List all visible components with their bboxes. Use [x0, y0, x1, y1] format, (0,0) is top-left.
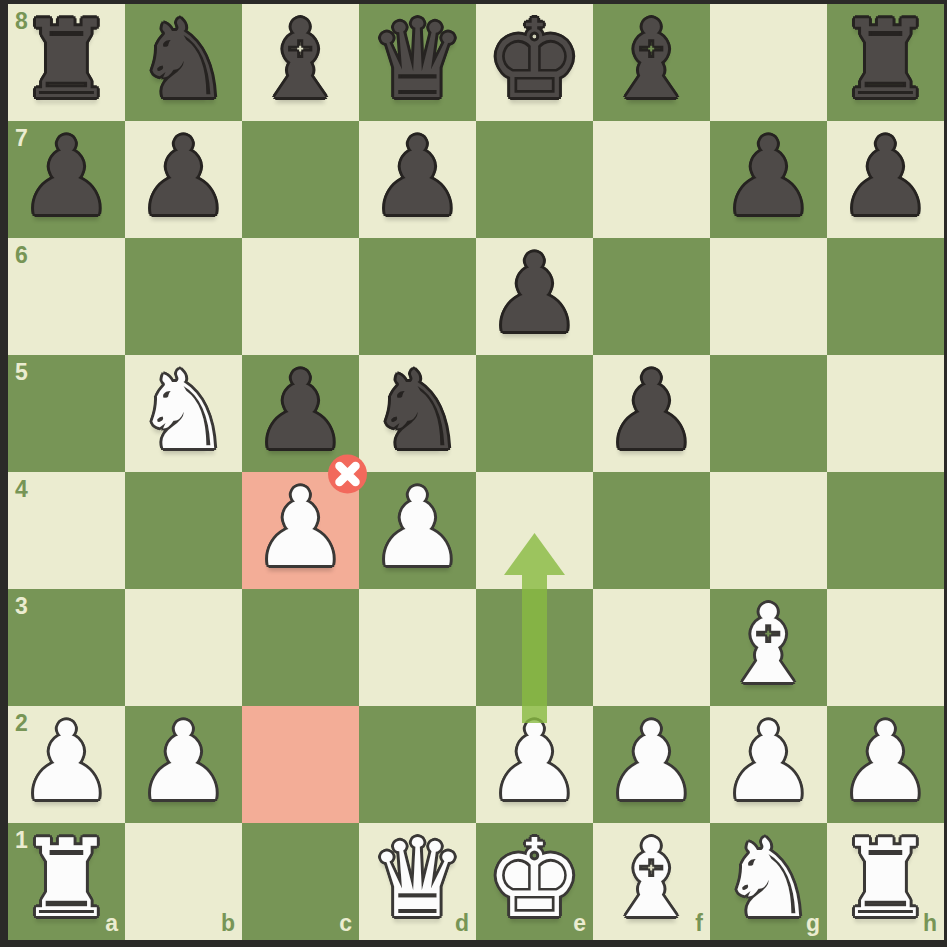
square-g2[interactable]: ♟	[710, 706, 827, 823]
black-bishop-c8[interactable]: ♝	[242, 4, 359, 121]
board-frame: 8♜♞♝♛♚♝♜7♟♟♟♟♟6♟5♞♟♞♟4♟♟3♝2♟♟♟♟♟♟1a♜bcd♛…	[0, 0, 947, 947]
square-a1[interactable]: 1a♜	[8, 823, 125, 940]
square-h1[interactable]: h♜	[827, 823, 944, 940]
file-label-f: f	[695, 910, 703, 937]
square-c2[interactable]	[242, 706, 359, 823]
square-c7[interactable]	[242, 121, 359, 238]
file-label-a: a	[105, 910, 118, 937]
square-g6[interactable]	[710, 238, 827, 355]
white-pawn-c4[interactable]: ♟	[242, 472, 359, 589]
file-label-c: c	[339, 910, 352, 937]
square-f4[interactable]	[593, 472, 710, 589]
square-b1[interactable]: b	[125, 823, 242, 940]
square-a2[interactable]: 2♟	[8, 706, 125, 823]
black-knight-b8[interactable]: ♞	[125, 4, 242, 121]
file-label-d: d	[455, 910, 469, 937]
square-a7[interactable]: 7♟	[8, 121, 125, 238]
square-b2[interactable]: ♟	[125, 706, 242, 823]
square-d5[interactable]: ♞	[359, 355, 476, 472]
black-pawn-d7[interactable]: ♟	[359, 121, 476, 238]
file-label-g: g	[806, 910, 820, 937]
file-label-h: h	[923, 910, 937, 937]
white-pawn-d4[interactable]: ♟	[359, 472, 476, 589]
square-f5[interactable]: ♟	[593, 355, 710, 472]
square-f7[interactable]	[593, 121, 710, 238]
square-h8[interactable]: ♜	[827, 4, 944, 121]
white-pawn-e2[interactable]: ♟	[476, 706, 593, 823]
white-bishop-f1[interactable]: ♝	[593, 823, 710, 940]
chess-board: 8♜♞♝♛♚♝♜7♟♟♟♟♟6♟5♞♟♞♟4♟♟3♝2♟♟♟♟♟♟1a♜bcd♛…	[8, 4, 944, 940]
square-f1[interactable]: f♝	[593, 823, 710, 940]
white-bishop-g3[interactable]: ♝	[710, 589, 827, 706]
square-f2[interactable]: ♟	[593, 706, 710, 823]
square-e8[interactable]: ♚	[476, 4, 593, 121]
square-e1[interactable]: e♚	[476, 823, 593, 940]
square-e6[interactable]: ♟	[476, 238, 593, 355]
white-pawn-g2[interactable]: ♟	[710, 706, 827, 823]
square-d4[interactable]: ♟	[359, 472, 476, 589]
rank-label-3: 3	[15, 593, 28, 620]
square-f6[interactable]	[593, 238, 710, 355]
square-f3[interactable]	[593, 589, 710, 706]
white-pawn-f2[interactable]: ♟	[593, 706, 710, 823]
square-c6[interactable]	[242, 238, 359, 355]
square-a8[interactable]: 8♜	[8, 4, 125, 121]
square-b8[interactable]: ♞	[125, 4, 242, 121]
square-d7[interactable]: ♟	[359, 121, 476, 238]
square-h4[interactable]	[827, 472, 944, 589]
square-e5[interactable]	[476, 355, 593, 472]
white-pawn-h2[interactable]: ♟	[827, 706, 944, 823]
square-g5[interactable]	[710, 355, 827, 472]
file-label-b: b	[221, 910, 235, 937]
white-pawn-b2[interactable]: ♟	[125, 706, 242, 823]
square-f8[interactable]: ♝	[593, 4, 710, 121]
square-d1[interactable]: d♛	[359, 823, 476, 940]
square-b6[interactable]	[125, 238, 242, 355]
square-h2[interactable]: ♟	[827, 706, 944, 823]
square-d8[interactable]: ♛	[359, 4, 476, 121]
square-e4[interactable]	[476, 472, 593, 589]
square-b5[interactable]: ♞	[125, 355, 242, 472]
black-pawn-e6[interactable]: ♟	[476, 238, 593, 355]
square-e3[interactable]	[476, 589, 593, 706]
rank-label-7: 7	[15, 125, 28, 152]
white-knight-b5[interactable]: ♞	[125, 355, 242, 472]
rank-label-6: 6	[15, 242, 28, 269]
square-e7[interactable]	[476, 121, 593, 238]
square-a3[interactable]: 3	[8, 589, 125, 706]
square-e2[interactable]: ♟	[476, 706, 593, 823]
square-h6[interactable]	[827, 238, 944, 355]
square-d3[interactable]	[359, 589, 476, 706]
black-bishop-f8[interactable]: ♝	[593, 4, 710, 121]
black-pawn-c5[interactable]: ♟	[242, 355, 359, 472]
rank-label-8: 8	[15, 8, 28, 35]
square-c3[interactable]	[242, 589, 359, 706]
file-label-e: e	[573, 910, 586, 937]
black-pawn-h7[interactable]: ♟	[827, 121, 944, 238]
square-a5[interactable]: 5	[8, 355, 125, 472]
square-c4[interactable]: ♟	[242, 472, 359, 589]
square-c1[interactable]: c	[242, 823, 359, 940]
rank-label-2: 2	[15, 710, 28, 737]
black-pawn-g7[interactable]: ♟	[710, 121, 827, 238]
square-h3[interactable]	[827, 589, 944, 706]
square-a6[interactable]: 6	[8, 238, 125, 355]
black-knight-d5[interactable]: ♞	[359, 355, 476, 472]
square-h7[interactable]: ♟	[827, 121, 944, 238]
black-rook-h8[interactable]: ♜	[827, 4, 944, 121]
black-king-e8[interactable]: ♚	[476, 4, 593, 121]
square-b3[interactable]	[125, 589, 242, 706]
black-pawn-b7[interactable]: ♟	[125, 121, 242, 238]
square-a4[interactable]: 4	[8, 472, 125, 589]
square-c5[interactable]: ♟	[242, 355, 359, 472]
rank-label-4: 4	[15, 476, 28, 503]
square-h5[interactable]	[827, 355, 944, 472]
square-g3[interactable]: ♝	[710, 589, 827, 706]
square-c8[interactable]: ♝	[242, 4, 359, 121]
square-b7[interactable]: ♟	[125, 121, 242, 238]
square-g4[interactable]	[710, 472, 827, 589]
square-b4[interactable]	[125, 472, 242, 589]
square-g1[interactable]: g♞	[710, 823, 827, 940]
square-d2[interactable]	[359, 706, 476, 823]
rank-label-1: 1	[15, 827, 28, 854]
black-pawn-f5[interactable]: ♟	[593, 355, 710, 472]
black-queen-d8[interactable]: ♛	[359, 4, 476, 121]
square-g8[interactable]	[710, 4, 827, 121]
square-d6[interactable]	[359, 238, 476, 355]
rank-label-5: 5	[15, 359, 28, 386]
square-g7[interactable]: ♟	[710, 121, 827, 238]
